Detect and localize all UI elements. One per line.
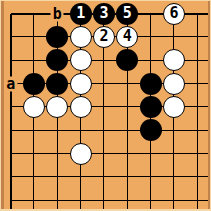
board-point[interactable] (69, 142, 92, 165)
board-point[interactable] (186, 165, 209, 188)
board-point[interactable] (139, 165, 162, 188)
board-point[interactable] (162, 49, 185, 72)
board-point[interactable] (46, 95, 69, 118)
white-stone (70, 49, 92, 71)
board-point[interactable] (139, 25, 162, 48)
board-point[interactable] (69, 49, 92, 72)
white-stone-move-2: 2 (93, 26, 115, 48)
board-point[interactable] (186, 25, 209, 48)
black-stone (46, 49, 68, 71)
board-point[interactable] (0, 95, 22, 118)
board-point[interactable] (116, 72, 139, 95)
white-stone (23, 96, 45, 118)
board-point[interactable] (162, 142, 185, 165)
board-point[interactable] (69, 25, 92, 48)
board-point[interactable] (92, 119, 115, 142)
white-stone-move-4: 4 (116, 26, 138, 48)
white-stone (163, 96, 185, 118)
board-point[interactable] (139, 119, 162, 142)
board-point[interactable] (46, 189, 69, 211)
board-point[interactable] (92, 189, 115, 211)
board-point[interactable] (162, 25, 185, 48)
white-stone (70, 26, 92, 48)
white-stone (163, 73, 185, 95)
black-stone (140, 119, 162, 141)
board-point[interactable] (116, 119, 139, 142)
board-point[interactable] (139, 95, 162, 118)
board-point[interactable] (69, 72, 92, 95)
go-board: b135624a (0, 0, 211, 211)
board-point[interactable]: 2 (92, 25, 115, 48)
board-point[interactable] (0, 142, 22, 165)
board-point[interactable] (162, 165, 185, 188)
board-point[interactable] (92, 72, 115, 95)
board-point[interactable] (69, 189, 92, 211)
board-point[interactable] (46, 165, 69, 188)
board-point[interactable] (69, 165, 92, 188)
board-point[interactable] (92, 142, 115, 165)
white-stone (70, 73, 92, 95)
board-point[interactable] (186, 72, 209, 95)
black-stone-move-5: 5 (116, 3, 138, 25)
point-label-a: a (4, 76, 17, 91)
board-point[interactable] (22, 72, 45, 95)
board-point[interactable] (116, 95, 139, 118)
board-point[interactable] (92, 49, 115, 72)
board-point[interactable] (139, 142, 162, 165)
board-point[interactable]: a (0, 72, 22, 95)
black-stone (46, 73, 68, 95)
board-point[interactable] (162, 189, 185, 211)
black-stone-move-3: 3 (93, 3, 115, 25)
board-point[interactable] (22, 142, 45, 165)
board-point[interactable] (116, 189, 139, 211)
board-point[interactable]: 4 (116, 25, 139, 48)
board-point[interactable] (139, 49, 162, 72)
board-point[interactable] (139, 72, 162, 95)
black-stone (23, 73, 45, 95)
board-point[interactable] (22, 25, 45, 48)
board-point[interactable] (69, 119, 92, 142)
board-point[interactable] (22, 165, 45, 188)
board-point[interactable] (0, 119, 22, 142)
point-label-b: b (51, 6, 64, 21)
go-grid: b135624a (0, 2, 209, 211)
board-point[interactable]: 3 (92, 2, 115, 25)
white-stone (70, 96, 92, 118)
board-point[interactable] (0, 2, 22, 25)
board-point[interactable] (162, 119, 185, 142)
board-point[interactable] (22, 49, 45, 72)
board-point[interactable] (69, 95, 92, 118)
black-stone (46, 26, 68, 48)
board-point[interactable] (162, 72, 185, 95)
board-point[interactable] (186, 49, 209, 72)
white-stone (70, 143, 92, 165)
board-point[interactable] (46, 119, 69, 142)
board-point[interactable] (186, 95, 209, 118)
board-point[interactable]: 1 (69, 2, 92, 25)
white-stone (163, 49, 185, 71)
board-point[interactable] (92, 95, 115, 118)
white-stone (46, 96, 68, 118)
black-stone-move-1: 1 (70, 3, 92, 25)
black-stone (140, 73, 162, 95)
black-stone (140, 96, 162, 118)
board-point[interactable] (116, 165, 139, 188)
board-point[interactable] (186, 2, 209, 25)
board-point[interactable] (139, 189, 162, 211)
board-point[interactable] (22, 189, 45, 211)
board-point[interactable] (0, 25, 22, 48)
board-point[interactable] (22, 119, 45, 142)
board-point[interactable] (92, 165, 115, 188)
board-point[interactable] (186, 189, 209, 211)
board-point[interactable] (46, 49, 69, 72)
board-point[interactable] (0, 165, 22, 188)
board-point[interactable] (0, 49, 22, 72)
board-point[interactable] (0, 189, 22, 211)
board-point[interactable]: 6 (162, 2, 185, 25)
board-point[interactable] (186, 119, 209, 142)
board-point[interactable] (46, 142, 69, 165)
board-point[interactable] (22, 2, 45, 25)
board-point[interactable] (116, 142, 139, 165)
board-point[interactable] (139, 2, 162, 25)
board-point[interactable]: 5 (116, 2, 139, 25)
board-point[interactable] (46, 72, 69, 95)
board-point[interactable] (116, 49, 139, 72)
board-point[interactable] (46, 25, 69, 48)
black-stone (116, 49, 138, 71)
white-stone-move-6: 6 (163, 3, 185, 25)
board-point[interactable] (22, 95, 45, 118)
board-point[interactable]: b (46, 2, 69, 25)
board-point[interactable] (162, 95, 185, 118)
board-point[interactable] (186, 142, 209, 165)
